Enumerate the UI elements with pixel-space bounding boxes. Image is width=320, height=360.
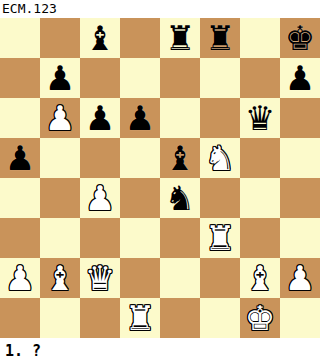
square-a1[interactable] <box>0 298 40 338</box>
square-b3[interactable] <box>40 218 80 258</box>
square-g7[interactable] <box>240 58 280 98</box>
piece-white-pawn: ♟ <box>45 101 75 135</box>
square-a8[interactable] <box>0 18 40 58</box>
square-b7[interactable]: ♟ <box>40 58 80 98</box>
piece-black-rook: ♜ <box>165 21 195 55</box>
piece-black-king: ♚ <box>285 21 315 55</box>
piece-black-bishop: ♝ <box>165 141 195 175</box>
piece-black-pawn: ♟ <box>285 61 315 95</box>
square-c3[interactable] <box>80 218 120 258</box>
square-a3[interactable] <box>0 218 40 258</box>
square-d1[interactable]: ♜ <box>120 298 160 338</box>
piece-black-pawn: ♟ <box>45 61 75 95</box>
square-h3[interactable] <box>280 218 320 258</box>
square-e1[interactable] <box>160 298 200 338</box>
square-d5[interactable] <box>120 138 160 178</box>
square-e5[interactable]: ♝ <box>160 138 200 178</box>
piece-white-pawn: ♟ <box>5 261 35 295</box>
square-b4[interactable] <box>40 178 80 218</box>
square-c5[interactable] <box>80 138 120 178</box>
square-g2[interactable]: ♝ <box>240 258 280 298</box>
piece-white-pawn: ♟ <box>285 261 315 295</box>
square-c1[interactable] <box>80 298 120 338</box>
square-f5[interactable]: ♞ <box>200 138 240 178</box>
square-h5[interactable] <box>280 138 320 178</box>
piece-white-pawn: ♟ <box>85 181 115 215</box>
square-b2[interactable]: ♝ <box>40 258 80 298</box>
piece-black-knight: ♞ <box>165 181 195 215</box>
square-e7[interactable] <box>160 58 200 98</box>
square-e6[interactable] <box>160 98 200 138</box>
square-e3[interactable] <box>160 218 200 258</box>
square-c7[interactable] <box>80 58 120 98</box>
square-c6[interactable]: ♟ <box>80 98 120 138</box>
square-d4[interactable] <box>120 178 160 218</box>
piece-white-rook: ♜ <box>125 301 155 335</box>
square-h1[interactable] <box>280 298 320 338</box>
square-b8[interactable] <box>40 18 80 58</box>
square-h6[interactable] <box>280 98 320 138</box>
piece-white-queen: ♛ <box>85 261 115 295</box>
square-h4[interactable] <box>280 178 320 218</box>
square-e2[interactable] <box>160 258 200 298</box>
square-g8[interactable] <box>240 18 280 58</box>
square-f8[interactable]: ♜ <box>200 18 240 58</box>
piece-black-rook: ♜ <box>205 21 235 55</box>
diagram-label: ECM.123 <box>0 0 320 18</box>
square-a4[interactable] <box>0 178 40 218</box>
square-d6[interactable]: ♟ <box>120 98 160 138</box>
square-h2[interactable]: ♟ <box>280 258 320 298</box>
square-f6[interactable] <box>200 98 240 138</box>
piece-white-king: ♚ <box>245 301 275 335</box>
square-g5[interactable] <box>240 138 280 178</box>
square-b1[interactable] <box>40 298 80 338</box>
square-c8[interactable]: ♝ <box>80 18 120 58</box>
square-d3[interactable] <box>120 218 160 258</box>
piece-white-knight: ♞ <box>205 141 235 175</box>
piece-black-pawn: ♟ <box>125 101 155 135</box>
square-d7[interactable] <box>120 58 160 98</box>
square-a5[interactable]: ♟ <box>0 138 40 178</box>
chess-diagram-screen: ECM.123 ♝♜♜♚♟♟♟♟♟♛♟♝♞♟♞♜♟♝♛♝♟♜♚ 1. ? <box>0 0 320 360</box>
square-e4[interactable]: ♞ <box>160 178 200 218</box>
square-e8[interactable]: ♜ <box>160 18 200 58</box>
square-c2[interactable]: ♛ <box>80 258 120 298</box>
piece-white-rook: ♜ <box>205 221 235 255</box>
chess-board: ♝♜♜♚♟♟♟♟♟♛♟♝♞♟♞♜♟♝♛♝♟♜♚ <box>0 18 320 338</box>
square-b6[interactable]: ♟ <box>40 98 80 138</box>
square-f2[interactable] <box>200 258 240 298</box>
square-f1[interactable] <box>200 298 240 338</box>
square-c4[interactable]: ♟ <box>80 178 120 218</box>
square-f3[interactable]: ♜ <box>200 218 240 258</box>
square-h8[interactable]: ♚ <box>280 18 320 58</box>
square-g4[interactable] <box>240 178 280 218</box>
move-prompt: 1. ? <box>0 338 320 360</box>
square-a2[interactable]: ♟ <box>0 258 40 298</box>
square-d2[interactable] <box>120 258 160 298</box>
square-f7[interactable] <box>200 58 240 98</box>
square-h7[interactable]: ♟ <box>280 58 320 98</box>
piece-white-bishop: ♝ <box>45 261 75 295</box>
square-f4[interactable] <box>200 178 240 218</box>
square-g1[interactable]: ♚ <box>240 298 280 338</box>
square-d8[interactable] <box>120 18 160 58</box>
square-a7[interactable] <box>0 58 40 98</box>
piece-white-bishop: ♝ <box>245 261 275 295</box>
square-g3[interactable] <box>240 218 280 258</box>
piece-black-pawn: ♟ <box>5 141 35 175</box>
square-b5[interactable] <box>40 138 80 178</box>
square-a6[interactable] <box>0 98 40 138</box>
piece-black-bishop: ♝ <box>85 21 115 55</box>
piece-black-queen: ♛ <box>245 101 275 135</box>
square-g6[interactable]: ♛ <box>240 98 280 138</box>
piece-black-pawn: ♟ <box>85 101 115 135</box>
